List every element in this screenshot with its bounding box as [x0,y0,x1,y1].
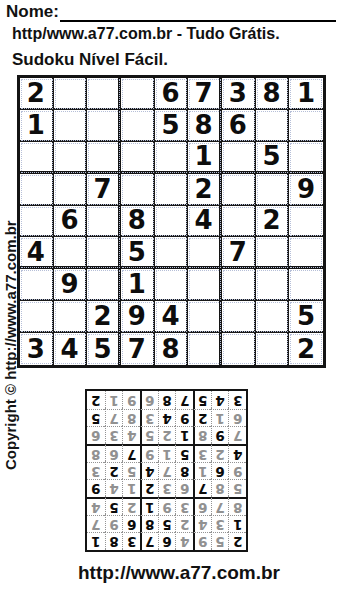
solution-grid: 2594673811342586978763912545876321499618… [85,389,248,552]
cell-r4c1[interactable] [20,174,54,206]
cell-r9c1: 3 [20,333,54,365]
cell-r2c1: 1 [20,110,54,142]
sol-r8c3: 2 [193,409,211,427]
sol-r1c5: 6 [158,532,176,550]
sol-r5c3: 1 [193,462,211,480]
sol-r1c7: 3 [122,532,140,550]
cell-r2c8[interactable] [256,110,290,142]
cell-r6c4: 5 [121,237,155,269]
cell-r8c1[interactable] [20,301,54,333]
sol-r2c3: 4 [193,515,211,533]
cell-r1c4[interactable] [121,78,155,110]
cell-r3c6: 1 [188,142,222,174]
cell-r5c2: 6 [54,206,88,238]
sol-r7c3: 8 [193,426,211,444]
cell-r9c8[interactable] [256,333,290,365]
sol-r9c3: 5 [193,391,211,409]
cell-r2c2[interactable] [54,110,88,142]
sol-r5c8: 2 [105,462,123,480]
sol-r7c1: 7 [228,426,246,444]
sol-r8c4: 9 [175,409,193,427]
page-title: Sudoku Nível Fácil. [12,50,168,70]
cell-r3c3[interactable] [87,142,121,174]
sol-r1c9: 1 [87,532,105,550]
sol-r1c6: 7 [140,532,158,550]
sol-r9c9: 2 [87,391,105,409]
cell-r1c2[interactable] [54,78,88,110]
cell-r8c6[interactable] [188,301,222,333]
cell-r4c8[interactable] [256,174,290,206]
sol-r2c6: 8 [140,515,158,533]
sol-r2c4: 2 [175,515,193,533]
sol-r4c8: 4 [105,479,123,497]
cell-r7c7[interactable] [222,269,256,301]
page-root: Nome: http/www.a77.com.br - Tudo Grátis.… [0,0,340,596]
cell-r4c5[interactable] [155,174,189,206]
cell-r1c7: 3 [222,78,256,110]
sol-r3c5: 9 [158,497,176,515]
sol-r1c8: 8 [105,532,123,550]
sol-r5c7: 5 [122,462,140,480]
cell-r9c6[interactable] [188,333,222,365]
puzzle-grid: 2673811586157296842457912945345782 [17,75,326,368]
sol-r4c7: 1 [122,479,140,497]
sol-r7c5: 2 [158,426,176,444]
cell-r8c9: 5 [289,301,323,333]
sol-r4c1: 5 [228,479,246,497]
cell-r9c9: 2 [289,333,323,365]
sol-r7c7: 4 [122,426,140,444]
sol-r9c7: 9 [122,391,140,409]
cell-r5c6: 4 [188,206,222,238]
cell-r2c7: 6 [222,110,256,142]
sol-r9c6: 6 [140,391,158,409]
cell-r1c1: 2 [20,78,54,110]
sol-r3c1: 8 [228,497,246,515]
cell-r6c9[interactable] [289,237,323,269]
sol-r7c9: 6 [87,426,105,444]
sol-r6c4: 5 [175,444,193,462]
cell-r1c6: 7 [188,78,222,110]
name-label: Nome: [6,2,59,22]
sol-r1c1: 2 [228,532,246,550]
sol-r6c8: 6 [105,444,123,462]
cell-r5c8: 2 [256,206,290,238]
cell-r8c7[interactable] [222,301,256,333]
sol-r1c4: 4 [175,532,193,550]
sol-r6c3: 3 [193,444,211,462]
sol-r8c5: 4 [158,409,176,427]
cell-r1c3[interactable] [87,78,121,110]
cell-r9c3: 5 [87,333,121,365]
site-header-text: http/www.a77.com.br - Tudo Grátis. [12,25,280,43]
cell-r6c1: 4 [20,237,54,269]
cell-r4c9: 9 [289,174,323,206]
cell-r4c6: 2 [188,174,222,206]
sol-r6c1: 4 [228,444,246,462]
sol-r2c1: 1 [228,515,246,533]
sol-r7c8: 3 [105,426,123,444]
sol-r8c8: 7 [105,409,123,427]
sol-r5c5: 7 [158,462,176,480]
cell-r3c4[interactable] [121,142,155,174]
sol-r7c6: 5 [140,426,158,444]
cell-r2c5: 5 [155,110,189,142]
sol-r6c7: 7 [122,444,140,462]
cell-r6c8[interactable] [256,237,290,269]
cell-r7c5[interactable] [155,269,189,301]
cell-r5c7[interactable] [222,206,256,238]
sol-r3c4: 3 [175,497,193,515]
cell-r3c1[interactable] [20,142,54,174]
footer-url: http://www.a77.com.br [9,562,340,584]
cell-r6c7: 7 [222,237,256,269]
sol-r5c1: 9 [228,462,246,480]
sol-r2c5: 5 [158,515,176,533]
cell-r2c4[interactable] [121,110,155,142]
cell-r3c5[interactable] [155,142,189,174]
cell-r7c9[interactable] [289,269,323,301]
sol-r4c6: 2 [140,479,158,497]
sol-r6c5: 1 [158,444,176,462]
cell-r2c3[interactable] [87,110,121,142]
sol-r8c6: 3 [140,409,158,427]
cell-r1c5: 6 [155,78,189,110]
cell-r7c6[interactable] [188,269,222,301]
sol-r9c4: 7 [175,391,193,409]
sol-r8c2: 1 [211,409,229,427]
cell-r6c5[interactable] [155,237,189,269]
cell-r2c6: 8 [188,110,222,142]
cell-r9c5: 8 [155,333,189,365]
sol-r3c6: 1 [140,497,158,515]
cell-r2c9[interactable] [289,110,323,142]
cell-r5c4: 8 [121,206,155,238]
sol-r2c7: 6 [122,515,140,533]
cell-r8c3: 2 [87,301,121,333]
sol-r3c9: 4 [87,497,105,515]
cell-r7c2: 9 [54,269,88,301]
cell-r9c4: 7 [121,333,155,365]
cell-r4c7[interactable] [222,174,256,206]
sol-r6c6: 9 [140,444,158,462]
sol-r6c2: 2 [211,444,229,462]
cell-r5c1[interactable] [20,206,54,238]
sol-r4c3: 7 [193,479,211,497]
cell-r3c7[interactable] [222,142,256,174]
sol-r2c8: 9 [105,515,123,533]
sol-r3c2: 7 [211,497,229,515]
sol-r9c2: 4 [211,391,229,409]
cell-r6c3[interactable] [87,237,121,269]
cell-r7c8[interactable] [256,269,290,301]
sol-r5c6: 4 [140,462,158,480]
sol-r3c7: 2 [122,497,140,515]
sol-r9c8: 1 [105,391,123,409]
sol-r5c9: 3 [87,462,105,480]
sol-r5c4: 8 [175,462,193,480]
cell-r4c3: 7 [87,174,121,206]
cell-r6c2[interactable] [54,237,88,269]
sol-r9c5: 8 [158,391,176,409]
sol-r9c1: 3 [228,391,246,409]
sol-r4c9: 9 [87,479,105,497]
sol-r6c9: 8 [87,444,105,462]
cell-r4c2[interactable] [54,174,88,206]
cell-r7c4: 1 [121,269,155,301]
cell-r6c6[interactable] [188,237,222,269]
sol-r4c2: 8 [211,479,229,497]
cell-r5c5[interactable] [155,206,189,238]
sol-r8c9: 5 [87,409,105,427]
cell-r7c1[interactable] [20,269,54,301]
sol-r8c1: 6 [228,409,246,427]
sol-r1c2: 5 [211,532,229,550]
sol-r3c8: 5 [105,497,123,515]
cell-r8c8[interactable] [256,301,290,333]
cell-r7c3[interactable] [87,269,121,301]
cell-r1c9: 1 [289,78,323,110]
cell-r3c2[interactable] [54,142,88,174]
sol-r1c3: 9 [193,532,211,550]
cell-r3c9[interactable] [289,142,323,174]
cell-r9c2: 4 [54,333,88,365]
sol-r4c5: 3 [158,479,176,497]
cell-r8c2[interactable] [54,301,88,333]
sol-r2c2: 3 [211,515,229,533]
sol-r2c9: 7 [87,515,105,533]
cell-r3c8: 5 [256,142,290,174]
cell-r5c9[interactable] [289,206,323,238]
copyright-vertical-text: Copyright © http://www.a77.com.br [2,90,18,470]
cell-r8c4: 9 [121,301,155,333]
sol-r8c7: 8 [122,409,140,427]
sol-r7c4: 1 [175,426,193,444]
cell-r9c7[interactable] [222,333,256,365]
sol-r3c3: 6 [193,497,211,515]
sol-r4c4: 6 [175,479,193,497]
cell-r1c8: 8 [256,78,290,110]
cell-r4c4[interactable] [121,174,155,206]
sol-r7c2: 9 [211,426,229,444]
sol-r5c2: 6 [211,462,229,480]
name-write-line[interactable] [60,1,336,22]
cell-r8c5: 4 [155,301,189,333]
cell-r5c3[interactable] [87,206,121,238]
